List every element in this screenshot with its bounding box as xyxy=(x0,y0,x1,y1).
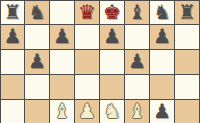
piece-black-knight[interactable]: ♞ xyxy=(153,2,171,22)
square-d4[interactable]: ♟ xyxy=(75,100,100,123)
square-f4[interactable]: ♝ xyxy=(125,100,150,123)
piece-white-bishop[interactable]: ♝ xyxy=(53,101,71,121)
square-g8[interactable]: ♞ xyxy=(150,0,175,25)
piece-black-pawn[interactable]: ♟ xyxy=(153,101,171,121)
square-f6[interactable]: ♟ xyxy=(125,50,150,75)
square-c7[interactable]: ♟ xyxy=(50,25,75,50)
piece-black-rook[interactable]: ♜ xyxy=(4,2,22,22)
square-e5[interactable] xyxy=(100,75,125,100)
piece-black-pawn[interactable]: ♟ xyxy=(28,51,46,71)
square-c4[interactable]: ♝ xyxy=(50,100,75,123)
square-h4[interactable] xyxy=(175,100,200,123)
square-b6[interactable]: ♟ xyxy=(25,50,50,75)
square-a7[interactable]: ♟ xyxy=(0,25,25,50)
square-b5[interactable] xyxy=(25,75,50,100)
square-g4[interactable]: ♟ xyxy=(150,100,175,123)
square-h8[interactable]: ♜ xyxy=(175,0,200,25)
square-b8[interactable]: ♞ xyxy=(25,0,50,25)
chess-board: ♜♞♛♚♝♞♜♟♟♟♟♟♟♝♟♞♝♟ xyxy=(0,0,200,123)
square-e8[interactable]: ♚ xyxy=(100,0,125,25)
square-a6[interactable] xyxy=(0,50,25,75)
square-e6[interactable] xyxy=(100,50,125,75)
piece-black-king[interactable]: ♚ xyxy=(103,2,121,22)
piece-black-bishop[interactable]: ♝ xyxy=(128,2,146,22)
piece-black-pawn[interactable]: ♟ xyxy=(53,26,71,46)
square-g7[interactable]: ♟ xyxy=(150,25,175,50)
square-d7[interactable] xyxy=(75,25,100,50)
piece-black-pawn[interactable]: ♟ xyxy=(103,26,121,46)
square-a4[interactable] xyxy=(0,100,25,123)
square-b4[interactable] xyxy=(25,100,50,123)
piece-white-knight[interactable]: ♞ xyxy=(103,101,121,121)
square-c6[interactable] xyxy=(50,50,75,75)
piece-black-knight[interactable]: ♞ xyxy=(28,2,46,22)
square-d8[interactable]: ♛ xyxy=(75,0,100,25)
square-a5[interactable] xyxy=(0,75,25,100)
piece-black-pawn[interactable]: ♟ xyxy=(153,26,171,46)
square-h7[interactable] xyxy=(175,25,200,50)
square-f5[interactable] xyxy=(125,75,150,100)
square-f7[interactable] xyxy=(125,25,150,50)
chess-board-grid: ♜♞♛♚♝♞♜♟♟♟♟♟♟♝♟♞♝♟ xyxy=(0,0,200,123)
square-a8[interactable]: ♜ xyxy=(0,0,25,25)
square-c8[interactable] xyxy=(50,0,75,25)
square-c5[interactable] xyxy=(50,75,75,100)
piece-black-rook[interactable]: ♜ xyxy=(178,2,196,22)
square-d6[interactable] xyxy=(75,50,100,75)
piece-black-pawn[interactable]: ♟ xyxy=(128,51,146,71)
piece-black-queen[interactable]: ♛ xyxy=(78,2,96,22)
square-g6[interactable] xyxy=(150,50,175,75)
square-h6[interactable] xyxy=(175,50,200,75)
piece-white-pawn[interactable]: ♟ xyxy=(78,101,96,121)
piece-black-pawn[interactable]: ♟ xyxy=(4,26,22,46)
square-d5[interactable] xyxy=(75,75,100,100)
square-f8[interactable]: ♝ xyxy=(125,0,150,25)
square-g5[interactable] xyxy=(150,75,175,100)
square-e4[interactable]: ♞ xyxy=(100,100,125,123)
square-b7[interactable] xyxy=(25,25,50,50)
piece-white-bishop[interactable]: ♝ xyxy=(128,101,146,121)
square-e7[interactable]: ♟ xyxy=(100,25,125,50)
square-h5[interactable] xyxy=(175,75,200,100)
